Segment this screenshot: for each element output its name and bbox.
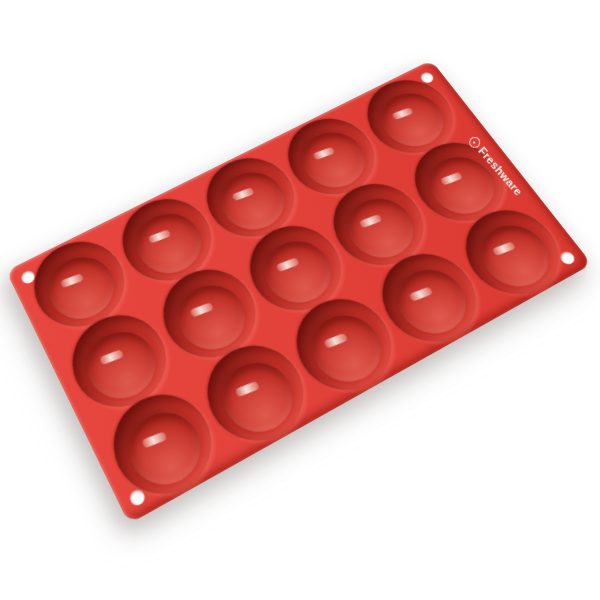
cavity-glint xyxy=(391,107,413,120)
cavity-glint xyxy=(276,257,300,272)
cavity-glint xyxy=(492,241,516,256)
cavity-glint xyxy=(409,286,433,301)
cavity-bowl xyxy=(118,400,213,498)
cavity-glint xyxy=(359,214,383,228)
mold-shadow xyxy=(0,0,600,600)
cavity-glint xyxy=(189,302,213,317)
cavity-glint xyxy=(232,187,255,201)
cavity-grid xyxy=(16,66,580,514)
cavity-bowl xyxy=(300,304,395,394)
cavity-bowl xyxy=(210,351,305,445)
cavity-glint xyxy=(313,147,336,160)
silicone-mold xyxy=(6,60,592,524)
cavity-glint xyxy=(99,349,124,365)
product-photo: • Freshware xyxy=(0,0,600,600)
cavity-glint xyxy=(234,381,259,398)
cavity-glint xyxy=(147,229,170,243)
cavity-glint xyxy=(142,431,168,448)
cavity-bowl xyxy=(385,259,479,345)
cavity-glint xyxy=(323,333,348,349)
cavity-bowl xyxy=(468,215,562,298)
cavity-glint xyxy=(60,273,84,288)
cavity-glint xyxy=(440,172,463,186)
